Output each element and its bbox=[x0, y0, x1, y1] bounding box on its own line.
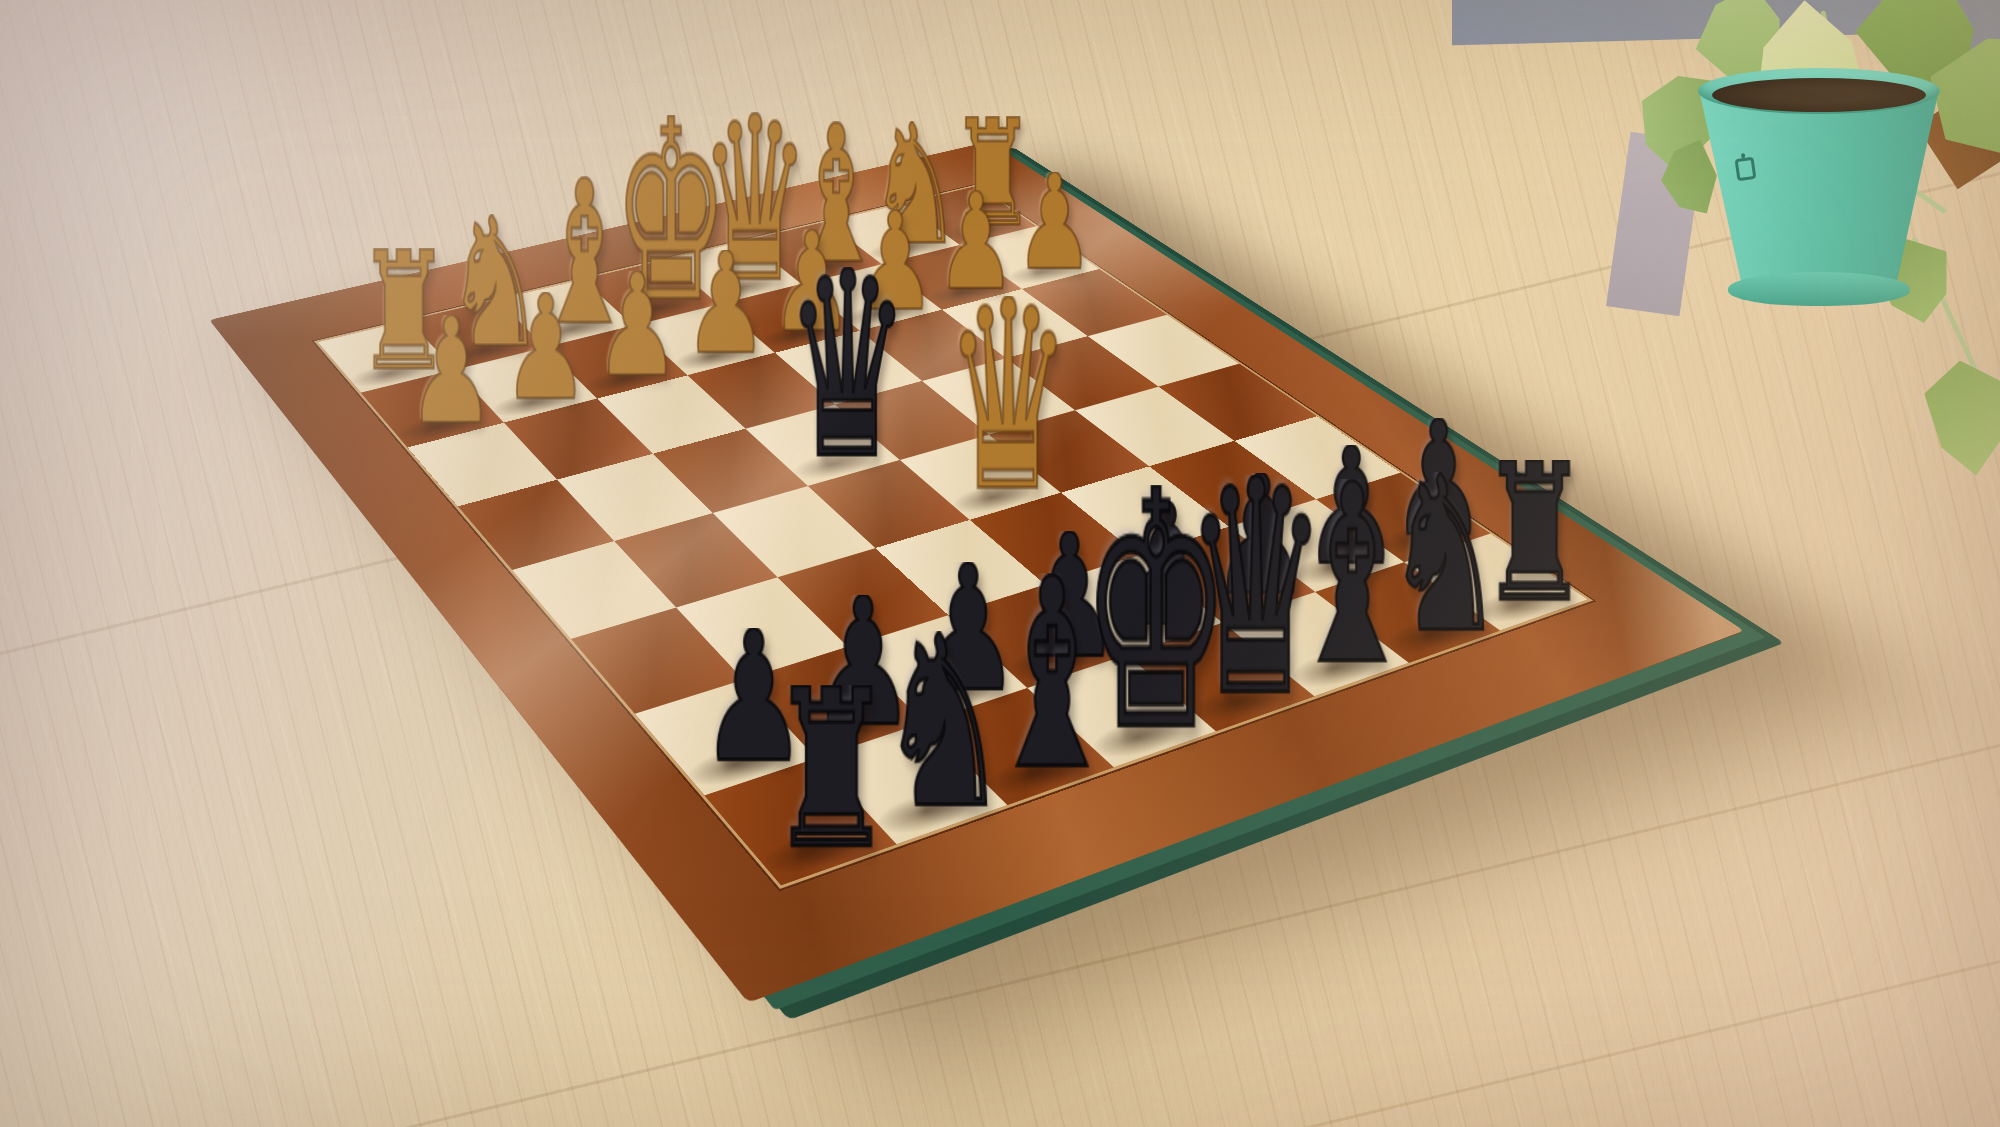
piece-white-P-g2[interactable]: ♟ bbox=[503, 292, 589, 405]
piece-black-R-h8[interactable]: ♜ bbox=[768, 685, 894, 855]
board-squares: ♜♞♝♚♛♝♞♜♟♟♟♟♟♟♟♟♛♛♟♟♟♟♟♟♟♟♜♞♝♚♛♝♞♜ bbox=[318, 186, 1588, 885]
piece-black-Q-e4[interactable]: ♛ bbox=[786, 267, 910, 467]
potted-plant bbox=[1600, 0, 2000, 520]
piece-black-N-g8[interactable]: ♞ bbox=[878, 631, 1010, 815]
scene-photo: ♜♞♝♚♛♝♞♜♟♟♟♟♟♟♟♟♛♛♟♟♟♟♟♟♟♟♜♞♝♚♛♝♞♜ bbox=[0, 0, 2000, 1127]
pot-logo-mark bbox=[1735, 157, 1757, 181]
square-h2[interactable]: ♟ bbox=[361, 370, 504, 448]
plant-pot-saucer bbox=[1728, 272, 1910, 306]
piece-white-Q-d5[interactable]: ♛ bbox=[945, 296, 1072, 500]
piece-white-P-e2[interactable]: ♟ bbox=[684, 250, 768, 359]
plant-soil bbox=[1712, 78, 1926, 112]
plant-leaf bbox=[1920, 355, 2000, 481]
piece-white-P-f2[interactable]: ♟ bbox=[595, 271, 680, 382]
piece-white-P-h2[interactable]: ♟ bbox=[407, 315, 495, 430]
square-h8[interactable]: ♜ bbox=[705, 758, 897, 885]
chess-board: ♜♞♝♚♛♝♞♜♟♟♟♟♟♟♟♟♛♛♟♟♟♟♟♟♟♟♜♞♝♚♛♝♞♜ bbox=[209, 142, 1744, 1003]
